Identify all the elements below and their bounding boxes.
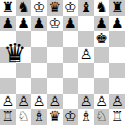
square-b3[interactable] [16, 78, 32, 94]
square-d4[interactable] [47, 63, 63, 79]
piece-bp-b7[interactable]: ♟ [17, 16, 30, 32]
square-h6[interactable] [109, 31, 125, 47]
square-f3[interactable] [78, 78, 94, 94]
square-f4[interactable] [78, 63, 94, 79]
square-e5[interactable] [63, 47, 79, 63]
piece-wp-f5[interactable]: ♙ [80, 47, 93, 63]
square-f2[interactable]: ♙ [78, 94, 94, 110]
square-h7[interactable]: ♟ [109, 16, 125, 32]
piece-br-h8[interactable]: ♜ [111, 0, 124, 16]
piece-bn-b8[interactable]: ♞ [17, 0, 30, 16]
piece-bq-d1[interactable]: ♛ [48, 109, 61, 125]
piece-bp-a7[interactable]: ♟ [2, 16, 15, 32]
square-a1[interactable]: ♖ [0, 109, 16, 125]
square-e3[interactable] [63, 78, 79, 94]
square-c2[interactable]: ♙ [31, 94, 47, 110]
dragged-queen-piece[interactable]: ♛ [2, 40, 28, 66]
piece-br-a8[interactable]: ♜ [2, 0, 15, 16]
piece-bb-f8[interactable]: ♝ [80, 0, 93, 16]
piece-wp-b2[interactable]: ♙ [17, 94, 30, 110]
square-c3[interactable] [31, 78, 47, 94]
piece-wr-h1[interactable]: ♖ [111, 109, 124, 125]
square-h3[interactable] [109, 78, 125, 94]
piece-wk-e1[interactable]: ♔ [64, 109, 77, 125]
square-c4[interactable] [31, 63, 47, 79]
square-f5[interactable]: ♙ [78, 47, 94, 63]
square-a8[interactable]: ♜ [0, 0, 16, 16]
piece-wp-g2[interactable]: ♙ [95, 94, 108, 110]
square-f6[interactable] [78, 31, 94, 47]
square-d7[interactable]: ♔ [47, 16, 63, 32]
square-f7[interactable] [78, 16, 94, 32]
square-g2[interactable]: ♙ [94, 94, 110, 110]
piece-bq-d8[interactable]: ♛ [48, 0, 61, 16]
square-b1[interactable]: ♘ [16, 109, 32, 125]
piece-bk-g6[interactable]: ♚ [95, 31, 108, 47]
piece-wp-c2[interactable]: ♙ [33, 94, 46, 110]
square-h1[interactable]: ♖ [109, 109, 125, 125]
piece-bp-e7[interactable]: ♟ [64, 16, 77, 32]
square-c5[interactable] [31, 47, 47, 63]
square-e2[interactable] [63, 94, 79, 110]
piece-wb-c1[interactable]: ♗ [33, 109, 46, 125]
square-d6[interactable] [47, 31, 63, 47]
piece-wp-h2[interactable]: ♙ [111, 94, 124, 110]
square-g1[interactable]: ♘ [94, 109, 110, 125]
piece-wp-f2[interactable]: ♙ [80, 94, 93, 110]
piece-bp-g7[interactable]: ♟ [95, 16, 108, 32]
chess-board-wrap: ♜♞♔♛♔♝♞♜♟♟♟♔♟♟♟♚♙♙♙♙♙♙♙♙♖♘♗♛♔♗♘♖ ♛ [0, 0, 125, 125]
square-c7[interactable]: ♟ [31, 16, 47, 32]
square-h2[interactable]: ♙ [109, 94, 125, 110]
square-d1[interactable]: ♛ [47, 109, 63, 125]
piece-wn-b1[interactable]: ♘ [17, 109, 30, 125]
piece-wn-g1[interactable]: ♘ [95, 109, 108, 125]
square-d3[interactable] [47, 78, 63, 94]
square-h4[interactable] [109, 63, 125, 79]
square-d5[interactable] [47, 47, 63, 63]
square-g4[interactable] [94, 63, 110, 79]
square-h5[interactable] [109, 47, 125, 63]
square-f1[interactable]: ♗ [78, 109, 94, 125]
square-b2[interactable]: ♙ [16, 94, 32, 110]
square-g7[interactable]: ♟ [94, 16, 110, 32]
square-g5[interactable] [94, 47, 110, 63]
piece-wk-c8[interactable]: ♔ [33, 0, 46, 16]
piece-wp-a2[interactable]: ♙ [2, 94, 15, 110]
piece-bp-c7[interactable]: ♟ [33, 16, 46, 32]
piece-wr-a1[interactable]: ♖ [2, 109, 15, 125]
square-c1[interactable]: ♗ [31, 109, 47, 125]
square-c6[interactable] [31, 31, 47, 47]
square-g6[interactable]: ♚ [94, 31, 110, 47]
piece-bn-g8[interactable]: ♞ [95, 0, 108, 16]
square-e6[interactable] [63, 31, 79, 47]
square-a7[interactable]: ♟ [0, 16, 16, 32]
square-e8[interactable]: ♔ [63, 0, 79, 16]
square-e7[interactable]: ♟ [63, 16, 79, 32]
square-e4[interactable] [63, 63, 79, 79]
square-d2[interactable]: ♙ [47, 94, 63, 110]
square-b7[interactable]: ♟ [16, 16, 32, 32]
square-e1[interactable]: ♔ [63, 109, 79, 125]
square-a3[interactable] [0, 78, 16, 94]
square-g8[interactable]: ♞ [94, 0, 110, 16]
piece-wk-d7[interactable]: ♔ [48, 16, 61, 32]
square-a2[interactable]: ♙ [0, 94, 16, 110]
square-d8[interactable]: ♛ [47, 0, 63, 16]
square-g3[interactable] [94, 78, 110, 94]
piece-wp-d2[interactable]: ♙ [48, 94, 61, 110]
piece-wb-f1[interactable]: ♗ [80, 109, 93, 125]
piece-wk-e8[interactable]: ♔ [64, 0, 77, 16]
square-b8[interactable]: ♞ [16, 0, 32, 16]
square-h8[interactable]: ♜ [109, 0, 125, 16]
square-c8[interactable]: ♔ [31, 0, 47, 16]
square-f8[interactable]: ♝ [78, 0, 94, 16]
piece-bp-h7[interactable]: ♟ [111, 16, 124, 32]
